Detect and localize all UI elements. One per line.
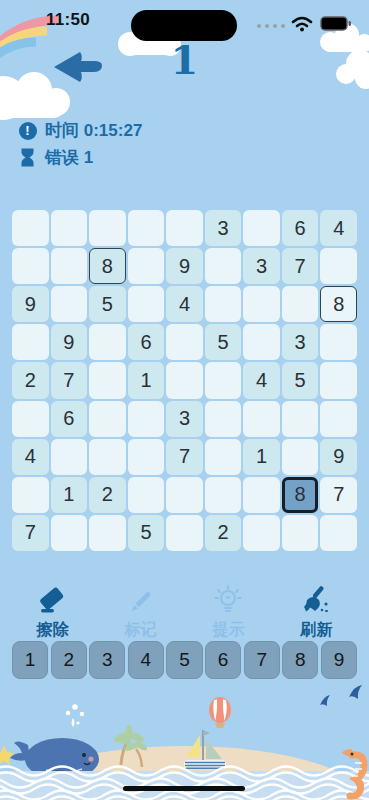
grid-cell-r2c3[interactable]: 8 [89, 248, 126, 284]
grid-cell-r6c2[interactable]: 6 [51, 401, 88, 437]
grid-cell-r5c6[interactable] [205, 362, 242, 398]
hint-button[interactable]: 提示 [193, 584, 263, 641]
grid-cell-r7c9[interactable]: 9 [320, 439, 357, 475]
numpad: 123456789 [12, 641, 357, 679]
grid-cell-r5c3[interactable] [89, 362, 126, 398]
eraser-icon [38, 584, 68, 616]
grid-cell-r8c3[interactable]: 2 [89, 477, 126, 513]
grid-cell-r1c9[interactable]: 4 [320, 210, 357, 246]
erase-button[interactable]: 擦除 [18, 584, 88, 641]
grid-cell-r2c9[interactable] [320, 248, 357, 284]
pencil-icon [126, 584, 156, 616]
grid-cell-r8c1[interactable] [12, 477, 49, 513]
game-info: ! 时间 0:15:27 错误 1 [18, 117, 142, 171]
grid-cell-r1c6[interactable]: 3 [205, 210, 242, 246]
whale-icon [10, 704, 99, 782]
grid-cell-r9c4[interactable]: 5 [128, 515, 165, 551]
grid-cell-r6c9[interactable] [320, 401, 357, 437]
numpad-key-5[interactable]: 5 [166, 641, 202, 679]
bird-icon [320, 685, 362, 706]
numpad-key-4[interactable]: 4 [128, 641, 164, 679]
grid-cell-r7c8[interactable] [282, 439, 319, 475]
grid-cell-r8c8[interactable]: 8 [282, 477, 319, 513]
grid-cell-r1c8[interactable]: 6 [282, 210, 319, 246]
grid-cell-r6c5[interactable]: 3 [166, 401, 203, 437]
grid-cell-r4c5[interactable] [166, 324, 203, 360]
grid-cell-r3c4[interactable] [128, 286, 165, 322]
grid-cell-r7c1[interactable]: 4 [12, 439, 49, 475]
grid-cell-r5c1[interactable]: 2 [12, 362, 49, 398]
status-time: 11:50 [46, 10, 90, 30]
grid-cell-r6c8[interactable] [282, 401, 319, 437]
lightbulb-icon [212, 584, 244, 616]
grid-cell-r2c5[interactable]: 9 [166, 248, 203, 284]
refresh-button[interactable]: 刷新 [281, 584, 351, 641]
starfish-icon [0, 745, 14, 765]
grid-cell-r5c8[interactable]: 5 [282, 362, 319, 398]
battery-icon [321, 17, 351, 30]
grid-cell-r4c4[interactable]: 6 [128, 324, 165, 360]
errors-label: 错误 [45, 146, 79, 169]
grid-cell-r9c6[interactable]: 2 [205, 515, 242, 551]
numpad-key-2[interactable]: 2 [51, 641, 87, 679]
grid-cell-r9c7[interactable] [243, 515, 280, 551]
grid-cell-r3c6[interactable] [205, 286, 242, 322]
hint-label: 提示 [212, 620, 244, 641]
grid-cell-r6c3[interactable] [89, 401, 126, 437]
numpad-key-8[interactable]: 8 [282, 641, 318, 679]
refresh-label: 刷新 [300, 620, 332, 641]
grid-cell-r6c6[interactable] [205, 401, 242, 437]
broom-icon [300, 584, 332, 616]
grid-cell-r5c7[interactable]: 4 [243, 362, 280, 398]
grid-cell-r9c8[interactable] [282, 515, 319, 551]
grid-cell-r1c3[interactable] [89, 210, 126, 246]
grid-cell-r9c2[interactable] [51, 515, 88, 551]
numpad-key-6[interactable]: 6 [205, 641, 241, 679]
grid-cell-r4c1[interactable] [12, 324, 49, 360]
grid-cell-r2c6[interactable] [205, 248, 242, 284]
mark-label: 标记 [125, 620, 157, 641]
grid-cell-r3c2[interactable] [51, 286, 88, 322]
grid-cell-r1c5[interactable] [166, 210, 203, 246]
grid-cell-r5c5[interactable] [166, 362, 203, 398]
mark-button[interactable]: 标记 [106, 584, 176, 641]
grid-cell-r5c4[interactable]: 1 [128, 362, 165, 398]
timer-label: 时间 [45, 119, 79, 142]
grid-cell-r7c3[interactable] [89, 439, 126, 475]
grid-cell-r9c9[interactable] [320, 515, 357, 551]
waves [0, 767, 369, 800]
grid-cell-r3c3[interactable]: 5 [89, 286, 126, 322]
home-indicator [123, 786, 245, 791]
grid-cell-r4c3[interactable] [89, 324, 126, 360]
grid-cell-r3c7[interactable] [243, 286, 280, 322]
grid-cell-r2c4[interactable] [128, 248, 165, 284]
grid-cell-r4c2[interactable]: 9 [51, 324, 88, 360]
grid-cell-r4c7[interactable] [243, 324, 280, 360]
alert-circle-icon: ! [18, 122, 37, 140]
grid-cell-r2c1[interactable] [12, 248, 49, 284]
grid-cell-r8c9[interactable]: 7 [320, 477, 357, 513]
grid-cell-r8c7[interactable] [243, 477, 280, 513]
grid-cell-r3c9[interactable]: 8 [320, 286, 357, 322]
grid-cell-r4c8[interactable]: 3 [282, 324, 319, 360]
grid-cell-r2c8[interactable]: 7 [282, 248, 319, 284]
grid-cell-r6c1[interactable] [12, 401, 49, 437]
numpad-key-1[interactable]: 1 [12, 641, 48, 679]
status-icons [255, 13, 355, 33]
grid-cell-r7c6[interactable] [205, 439, 242, 475]
grid-cell-r9c1[interactable]: 7 [12, 515, 49, 551]
numpad-key-3[interactable]: 3 [89, 641, 125, 679]
sudoku-grid: 364893795489653271456347191287752 [12, 210, 357, 551]
grid-cell-r9c3[interactable] [89, 515, 126, 551]
grid-cell-r1c4[interactable] [128, 210, 165, 246]
errors-value: 1 [84, 148, 93, 168]
grid-cell-r2c2[interactable] [51, 248, 88, 284]
grid-cell-r4c9[interactable] [320, 324, 357, 360]
sudoku-app: 11:50 1 ! 时间 0:15:27 [0, 0, 369, 800]
beach-scene [0, 683, 369, 800]
numpad-key-7[interactable]: 7 [244, 641, 280, 679]
grid-cell-r3c5[interactable]: 4 [166, 286, 203, 322]
grid-cell-r3c8[interactable] [282, 286, 319, 322]
grid-cell-r3c1[interactable]: 9 [12, 286, 49, 322]
grid-cell-r8c2[interactable]: 1 [51, 477, 88, 513]
cellular-signal-icon [257, 24, 285, 28]
grid-cell-r9c5[interactable] [166, 515, 203, 551]
hourglass-icon [18, 148, 37, 167]
wifi-icon [293, 18, 311, 26]
grid-cell-r2c7[interactable]: 3 [243, 248, 280, 284]
grid-cell-r7c2[interactable] [51, 439, 88, 475]
grid-cell-r7c5[interactable]: 7 [166, 439, 203, 475]
grid-cell-r7c7[interactable]: 1 [243, 439, 280, 475]
grid-cell-r8c4[interactable] [128, 477, 165, 513]
grid-cell-r8c5[interactable] [166, 477, 203, 513]
timer-value: 0:15:27 [84, 121, 143, 141]
grid-cell-r5c2[interactable]: 7 [51, 362, 88, 398]
hot-air-balloon-icon [209, 697, 231, 728]
back-button[interactable] [50, 50, 108, 86]
grid-cell-r6c7[interactable] [243, 401, 280, 437]
erase-label: 擦除 [37, 620, 69, 641]
numpad-key-9[interactable]: 9 [321, 641, 357, 679]
grid-cell-r7c4[interactable] [128, 439, 165, 475]
grid-cell-r8c6[interactable] [205, 477, 242, 513]
action-bar: 擦除 标记 [0, 584, 369, 641]
grid-cell-r5c9[interactable] [320, 362, 357, 398]
grid-cell-r1c7[interactable] [243, 210, 280, 246]
grid-cell-r1c2[interactable] [51, 210, 88, 246]
grid-cell-r6c4[interactable] [128, 401, 165, 437]
grid-cell-r1c1[interactable] [12, 210, 49, 246]
timer-row: ! 时间 0:15:27 [18, 117, 142, 144]
errors-row: 错误 1 [18, 144, 142, 171]
grid-cell-r4c6[interactable]: 5 [205, 324, 242, 360]
